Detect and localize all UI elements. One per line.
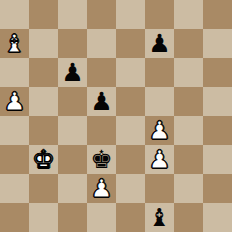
square-b2[interactable]: [29, 174, 58, 203]
square-g4[interactable]: [174, 116, 203, 145]
square-g7[interactable]: [174, 29, 203, 58]
square-b4[interactable]: [29, 116, 58, 145]
chess-board: ♝♟♟♟♟♟♚♚♟♟♝: [0, 0, 232, 232]
square-f8[interactable]: [145, 0, 174, 29]
square-d8[interactable]: [87, 0, 116, 29]
white-bishop-piece[interactable]: ♝: [3, 29, 25, 58]
square-f7[interactable]: ♟: [145, 29, 174, 58]
square-f1[interactable]: ♝: [145, 203, 174, 232]
square-a8[interactable]: [0, 0, 29, 29]
square-c1[interactable]: [58, 203, 87, 232]
square-a6[interactable]: [0, 58, 29, 87]
square-e2[interactable]: [116, 174, 145, 203]
square-e8[interactable]: [116, 0, 145, 29]
square-e3[interactable]: [116, 145, 145, 174]
square-a3[interactable]: [0, 145, 29, 174]
square-h5[interactable]: [203, 87, 232, 116]
square-e1[interactable]: [116, 203, 145, 232]
square-c5[interactable]: [58, 87, 87, 116]
white-king-piece[interactable]: ♚: [32, 145, 54, 174]
square-a2[interactable]: [0, 174, 29, 203]
square-e6[interactable]: [116, 58, 145, 87]
square-a5[interactable]: ♟: [0, 87, 29, 116]
square-d6[interactable]: [87, 58, 116, 87]
square-f2[interactable]: [145, 174, 174, 203]
square-c4[interactable]: [58, 116, 87, 145]
square-h6[interactable]: [203, 58, 232, 87]
square-g3[interactable]: [174, 145, 203, 174]
black-pawn-piece[interactable]: ♟: [90, 87, 112, 116]
square-b1[interactable]: [29, 203, 58, 232]
square-d2[interactable]: ♟: [87, 174, 116, 203]
square-c7[interactable]: [58, 29, 87, 58]
square-d7[interactable]: [87, 29, 116, 58]
square-f5[interactable]: [145, 87, 174, 116]
square-c8[interactable]: [58, 0, 87, 29]
square-g6[interactable]: [174, 58, 203, 87]
square-d5[interactable]: ♟: [87, 87, 116, 116]
square-b3[interactable]: ♚: [29, 145, 58, 174]
square-b5[interactable]: [29, 87, 58, 116]
square-h1[interactable]: [203, 203, 232, 232]
white-pawn-piece[interactable]: ♟: [148, 116, 170, 145]
square-c2[interactable]: [58, 174, 87, 203]
square-b6[interactable]: [29, 58, 58, 87]
square-e5[interactable]: [116, 87, 145, 116]
white-pawn-piece[interactable]: ♟: [90, 174, 112, 203]
square-g2[interactable]: [174, 174, 203, 203]
square-c3[interactable]: [58, 145, 87, 174]
square-a1[interactable]: [0, 203, 29, 232]
square-b8[interactable]: [29, 0, 58, 29]
square-h3[interactable]: [203, 145, 232, 174]
square-h8[interactable]: [203, 0, 232, 29]
square-g5[interactable]: [174, 87, 203, 116]
square-d3[interactable]: ♚: [87, 145, 116, 174]
white-pawn-piece[interactable]: ♟: [148, 145, 170, 174]
square-g8[interactable]: [174, 0, 203, 29]
square-h2[interactable]: [203, 174, 232, 203]
black-king-piece[interactable]: ♚: [90, 145, 112, 174]
square-f3[interactable]: ♟: [145, 145, 174, 174]
square-c6[interactable]: ♟: [58, 58, 87, 87]
square-d4[interactable]: [87, 116, 116, 145]
square-f6[interactable]: [145, 58, 174, 87]
white-pawn-piece[interactable]: ♟: [3, 87, 25, 116]
square-d1[interactable]: [87, 203, 116, 232]
black-pawn-piece[interactable]: ♟: [61, 58, 83, 87]
black-bishop-piece[interactable]: ♝: [148, 203, 170, 232]
square-g1[interactable]: [174, 203, 203, 232]
square-a7[interactable]: ♝: [0, 29, 29, 58]
square-f4[interactable]: ♟: [145, 116, 174, 145]
square-e4[interactable]: [116, 116, 145, 145]
square-a4[interactable]: [0, 116, 29, 145]
square-h4[interactable]: [203, 116, 232, 145]
square-h7[interactable]: [203, 29, 232, 58]
square-b7[interactable]: [29, 29, 58, 58]
black-pawn-piece[interactable]: ♟: [148, 29, 170, 58]
square-e7[interactable]: [116, 29, 145, 58]
